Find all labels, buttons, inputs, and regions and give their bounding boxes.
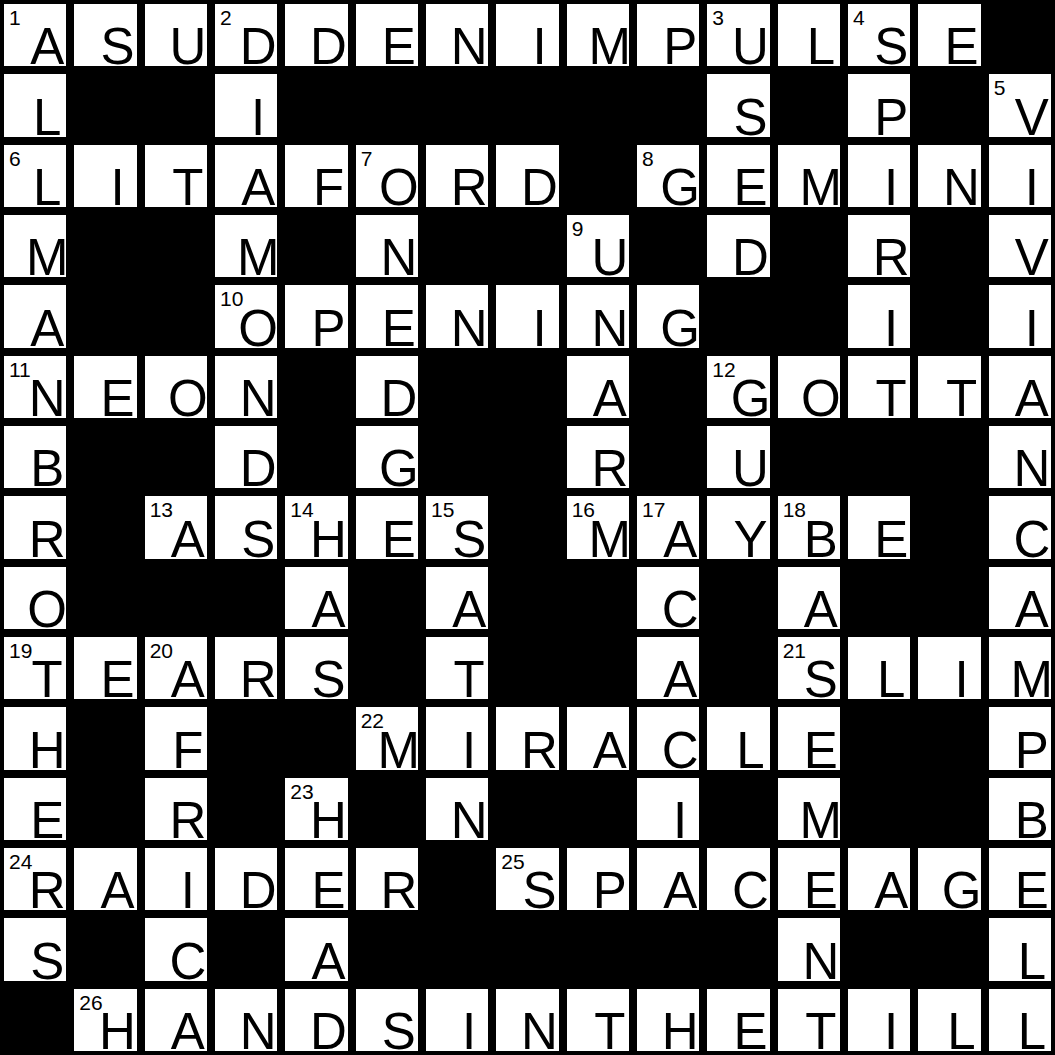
cell-letter: A [860,865,922,916]
cell-r10c3[interactable]: 20A [141,633,211,703]
cell-r15c15[interactable]: L [985,985,1055,1055]
cell-r9c7[interactable]: A [422,563,492,633]
cell-r14c12[interactable]: N [774,914,844,984]
block-cell-r6c10 [633,352,703,422]
cell-letter: O [157,373,219,424]
cell-r13c5[interactable]: E [281,844,351,914]
cell-letter: I [86,162,148,213]
block-cell-r7c7 [422,422,492,492]
cell-r1c3[interactable]: U [141,0,211,70]
block-cell-r3c9 [563,141,633,211]
cell-r8c7[interactable]: 15S [422,492,492,562]
cell-r13c1[interactable]: 24R [0,844,70,914]
block-cell-r15c1 [0,985,70,1055]
cell-r15c10[interactable]: H [633,985,703,1055]
cell-letter: A [16,21,78,72]
cell-r8c15[interactable]: C [985,492,1055,562]
cell-letter: R [508,725,570,776]
cell-letter: U [719,443,781,494]
cell-letter: C [649,584,711,635]
cell-r1c2[interactable]: S [70,0,140,70]
block-cell-r14c14 [914,914,984,984]
block-cell-r8c2 [70,492,140,562]
block-cell-r5c3 [141,281,211,351]
cell-r1c8[interactable]: I [492,0,562,70]
cell-letter: E [1001,865,1055,916]
cell-letter: E [368,303,430,354]
cell-letter: N [508,1006,570,1055]
cell-r7c11[interactable]: U [703,422,773,492]
cell-r5c13[interactable]: I [844,281,914,351]
block-cell-r9c3 [141,563,211,633]
cell-letter: E [930,21,992,72]
cell-r10c5[interactable]: S [281,633,351,703]
cell-r1c5[interactable]: D [281,0,351,70]
cell-r10c15[interactable]: M [985,633,1055,703]
block-cell-r12c11 [703,774,773,844]
cell-r12c15[interactable]: B [985,774,1055,844]
cell-r13c14[interactable]: G [914,844,984,914]
cell-r15c12[interactable]: T [774,985,844,1055]
cell-r10c2[interactable]: E [70,633,140,703]
cell-letter: L [1001,936,1055,987]
cell-letter: D [719,232,781,283]
cell-letter: N [438,795,500,846]
cell-letter: I [227,92,289,143]
cell-r10c12[interactable]: 21S [774,633,844,703]
cell-letter: G [368,443,430,494]
cell-r13c9[interactable]: P [563,844,633,914]
block-cell-r11c2 [70,703,140,773]
cell-letter: R [227,654,289,705]
cell-letter: A [157,1006,219,1055]
cell-r1c11[interactable]: 3U [703,0,773,70]
cell-r10c4[interactable]: R [211,633,281,703]
cell-r5c10[interactable]: G [633,281,703,351]
cell-letter: M [1001,654,1055,705]
cell-r2c13[interactable]: P [844,70,914,140]
cell-r5c1[interactable]: A [0,281,70,351]
cell-r1c4[interactable]: 2D [211,0,281,70]
cell-r6c13[interactable]: T [844,352,914,422]
cell-r13c4[interactable]: D [211,844,281,914]
cell-r1c12[interactable]: L [774,0,844,70]
cell-r11c7[interactable]: I [422,703,492,773]
cell-letter: R [860,232,922,283]
cell-r5c8[interactable]: I [492,281,562,351]
block-cell-r2c9 [563,70,633,140]
cell-letter: D [297,21,359,72]
cell-letter: N [790,936,852,987]
cell-letter: D [227,865,289,916]
cell-r13c8[interactable]: 25S [492,844,562,914]
cell-letter: N [579,303,641,354]
cell-r2c1[interactable]: L [0,70,70,140]
block-cell-r2c5 [281,70,351,140]
cell-r14c1[interactable]: S [0,914,70,984]
cell-r7c1[interactable]: B [0,422,70,492]
block-cell-r7c14 [914,422,984,492]
cell-r15c4[interactable]: N [211,985,281,1055]
cell-letter: A [16,303,78,354]
block-cell-r14c11 [703,914,773,984]
cell-r13c12[interactable]: E [774,844,844,914]
cell-letter: L [930,1006,992,1055]
cell-letter: N [930,162,992,213]
cell-letter: N [438,21,500,72]
cell-letter: R [16,514,78,565]
cell-r11c12[interactable]: E [774,703,844,773]
cell-r6c2[interactable]: E [70,352,140,422]
cell-r8c11[interactable]: Y [703,492,773,562]
cell-letter: A [1001,373,1055,424]
block-cell-r14c9 [563,914,633,984]
cell-r9c10[interactable]: C [633,563,703,633]
block-cell-r4c7 [422,211,492,281]
block-cell-r14c13 [844,914,914,984]
cell-r15c2[interactable]: 26H [70,985,140,1055]
cell-letter: M [790,162,852,213]
cell-letter: A [157,514,219,565]
cell-letter: A [790,584,852,635]
cell-letter: T [157,162,219,213]
cell-letter: S [719,92,781,143]
cell-r3c2[interactable]: I [70,141,140,211]
cell-letter: S [438,514,500,565]
cell-letter: D [508,162,570,213]
cell-letter: N [368,232,430,283]
cell-r12c10[interactable]: I [633,774,703,844]
cell-r4c13[interactable]: R [844,211,914,281]
cell-letter: O [368,162,430,213]
cell-r4c15[interactable]: V [985,211,1055,281]
cell-letter: P [297,303,359,354]
cell-r1c13[interactable]: 4S [844,0,914,70]
cell-r5c7[interactable]: N [422,281,492,351]
cell-r9c5[interactable]: A [281,563,351,633]
cell-r1c9[interactable]: M [563,0,633,70]
cell-letter: G [719,373,781,424]
cell-r8c5[interactable]: 14H [281,492,351,562]
cell-r13c15[interactable]: E [985,844,1055,914]
cell-r6c4[interactable]: N [211,352,281,422]
cell-r11c11[interactable]: L [703,703,773,773]
block-cell-r4c10 [633,211,703,281]
cell-letter: F [297,162,359,213]
cell-r6c11[interactable]: 12G [703,352,773,422]
block-cell-r7c8 [492,422,562,492]
cell-letter: S [297,654,359,705]
cell-r14c15[interactable]: L [985,914,1055,984]
cell-r8c12[interactable]: 18B [774,492,844,562]
cell-letter: T [579,1006,641,1055]
cell-r4c9[interactable]: 9U [563,211,633,281]
cell-r10c10[interactable]: A [633,633,703,703]
cell-letter: A [297,584,359,635]
cell-r3c8[interactable]: D [492,141,562,211]
cell-letter: S [508,865,570,916]
cell-letter: M [16,232,78,283]
cell-r9c15[interactable]: A [985,563,1055,633]
cell-letter: H [86,1006,148,1055]
block-cell-r6c7 [422,352,492,422]
cell-letter: D [297,1006,359,1055]
cell-letter: E [16,795,78,846]
block-cell-r2c3 [141,70,211,140]
cell-letter: I [438,1006,500,1055]
cell-r8c9[interactable]: 16M [563,492,633,562]
cell-letter: I [508,21,570,72]
cell-r12c3[interactable]: R [141,774,211,844]
block-cell-r2c10 [633,70,703,140]
block-cell-r10c6 [352,633,422,703]
cell-r6c6[interactable]: D [352,352,422,422]
cell-r3c6[interactable]: 7O [352,141,422,211]
cell-r3c3[interactable]: T [141,141,211,211]
cell-r8c10[interactable]: 17A [633,492,703,562]
cell-letter: L [16,162,78,213]
block-cell-r12c6 [352,774,422,844]
block-cell-r4c14 [914,211,984,281]
block-cell-r10c8 [492,633,562,703]
cell-r3c10[interactable]: 8G [633,141,703,211]
cell-r11c15[interactable]: P [985,703,1055,773]
cell-letter: H [297,514,359,565]
block-cell-r7c13 [844,422,914,492]
cell-r15c9[interactable]: T [563,985,633,1055]
block-cell-r6c5 [281,352,351,422]
cell-r8c1[interactable]: R [0,492,70,562]
cell-r13c6[interactable]: R [352,844,422,914]
cell-letter: G [649,303,711,354]
cell-letter: I [860,303,922,354]
block-cell-r1c15 [985,0,1055,70]
cell-r15c8[interactable]: N [492,985,562,1055]
cell-r3c1[interactable]: 6L [0,141,70,211]
block-cell-r8c8 [492,492,562,562]
cell-r2c15[interactable]: 5V [985,70,1055,140]
cell-r8c3[interactable]: 13A [141,492,211,562]
cell-r14c3[interactable]: C [141,914,211,984]
block-cell-r9c4 [211,563,281,633]
cell-letter: R [438,162,500,213]
cell-r13c3[interactable]: I [141,844,211,914]
cell-letter: U [719,21,781,72]
cell-r12c7[interactable]: N [422,774,492,844]
cell-r8c13[interactable]: E [844,492,914,562]
cell-r10c1[interactable]: 19T [0,633,70,703]
cell-r3c7[interactable]: R [422,141,492,211]
cell-letter: M [790,795,852,846]
block-cell-r12c4 [211,774,281,844]
block-cell-r9c2 [70,563,140,633]
cell-letter: S [86,21,148,72]
cell-r2c11[interactable]: S [703,70,773,140]
cell-r5c15[interactable]: I [985,281,1055,351]
cell-r6c12[interactable]: O [774,352,844,422]
cell-letter: A [297,936,359,987]
cell-r15c3[interactable]: A [141,985,211,1055]
cell-r13c13[interactable]: A [844,844,914,914]
cell-r1c6[interactable]: E [352,0,422,70]
cell-r5c6[interactable]: E [352,281,422,351]
block-cell-r11c4 [211,703,281,773]
cell-letter: A [438,584,500,635]
cell-letter: A [579,725,641,776]
cell-r1c10[interactable]: P [633,0,703,70]
cell-letter: N [1001,443,1055,494]
cell-r11c8[interactable]: R [492,703,562,773]
cell-r11c10[interactable]: C [633,703,703,773]
cell-letter: C [1001,514,1055,565]
cell-r4c6[interactable]: N [352,211,422,281]
block-cell-r2c14 [914,70,984,140]
cell-letter: L [16,92,78,143]
block-cell-r2c7 [422,70,492,140]
cell-r6c15[interactable]: A [985,352,1055,422]
block-cell-r10c9 [563,633,633,703]
cell-r13c2[interactable]: A [70,844,140,914]
cell-letter: B [790,514,852,565]
cell-r11c3[interactable]: F [141,703,211,773]
cell-r15c6[interactable]: S [352,985,422,1055]
cell-r10c14[interactable]: I [914,633,984,703]
cell-r15c5[interactable]: D [281,985,351,1055]
cell-r3c5[interactable]: F [281,141,351,211]
cell-r7c9[interactable]: R [563,422,633,492]
cell-r6c3[interactable]: O [141,352,211,422]
block-cell-r5c14 [914,281,984,351]
cell-r5c9[interactable]: N [563,281,633,351]
cell-r11c6[interactable]: 22M [352,703,422,773]
cell-r5c4[interactable]: 10O [211,281,281,351]
cell-letter: I [1001,303,1055,354]
cell-r14c5[interactable]: A [281,914,351,984]
cell-r3c12[interactable]: M [774,141,844,211]
block-cell-r11c13 [844,703,914,773]
cell-r12c12[interactable]: M [774,774,844,844]
cell-r1c7[interactable]: N [422,0,492,70]
cell-letter: C [719,865,781,916]
cell-r5c5[interactable]: P [281,281,351,351]
cell-letter: B [16,443,78,494]
cell-letter: H [649,1006,711,1055]
cell-r3c13[interactable]: I [844,141,914,211]
cell-letter: B [1001,795,1055,846]
cell-r15c11[interactable]: E [703,985,773,1055]
cell-r7c15[interactable]: N [985,422,1055,492]
cell-r4c4[interactable]: M [211,211,281,281]
cell-r11c9[interactable]: A [563,703,633,773]
block-cell-r14c7 [422,914,492,984]
cell-r11c1[interactable]: H [0,703,70,773]
cell-r8c4[interactable]: S [211,492,281,562]
cell-letter: E [297,865,359,916]
cell-r12c5[interactable]: 23H [281,774,351,844]
cell-letter: G [930,865,992,916]
block-cell-r9c8 [492,563,562,633]
block-cell-r6c8 [492,352,562,422]
cell-letter: A [579,373,641,424]
block-cell-r9c14 [914,563,984,633]
cell-letter: N [227,373,289,424]
cell-letter: D [227,443,289,494]
cell-r10c7[interactable]: T [422,633,492,703]
block-cell-r4c3 [141,211,211,281]
cell-letter: T [860,373,922,424]
cell-letter: E [719,1006,781,1055]
cell-letter: P [1001,725,1055,776]
block-cell-r12c2 [70,774,140,844]
block-cell-r5c11 [703,281,773,351]
block-cell-r4c5 [281,211,351,281]
cell-letter: M [227,232,289,283]
cell-r13c11[interactable]: C [703,844,773,914]
cell-r13c10[interactable]: A [633,844,703,914]
cell-r1c14[interactable]: E [914,0,984,70]
cell-r6c14[interactable]: T [914,352,984,422]
cell-letter: E [790,865,852,916]
cell-letter: D [368,373,430,424]
cell-r15c13[interactable]: I [844,985,914,1055]
cell-letter: A [227,162,289,213]
cell-r4c1[interactable]: M [0,211,70,281]
cell-letter: P [649,21,711,72]
cell-letter: S [227,514,289,565]
cell-r9c12[interactable]: A [774,563,844,633]
block-cell-r7c10 [633,422,703,492]
cell-r10c13[interactable]: L [844,633,914,703]
cell-r6c1[interactable]: 11N [0,352,70,422]
cell-r7c6[interactable]: G [352,422,422,492]
cell-r2c4[interactable]: I [211,70,281,140]
block-cell-r10c11 [703,633,773,703]
cell-letter: I [157,865,219,916]
cell-letter: R [16,865,78,916]
cell-r8c6[interactable]: E [352,492,422,562]
cell-letter: L [790,21,852,72]
cell-letter: F [157,725,219,776]
block-cell-r8c14 [914,492,984,562]
cell-r6c9[interactable]: A [563,352,633,422]
cell-r12c1[interactable]: E [0,774,70,844]
cell-r3c4[interactable]: A [211,141,281,211]
block-cell-r14c8 [492,914,562,984]
cell-letter: S [368,1006,430,1055]
block-cell-r9c13 [844,563,914,633]
cell-letter: H [16,725,78,776]
cell-r4c11[interactable]: D [703,211,773,281]
cell-r3c14[interactable]: N [914,141,984,211]
cell-letter: O [16,584,78,635]
block-cell-r4c8 [492,211,562,281]
cell-r9c1[interactable]: O [0,563,70,633]
cell-letter: H [297,795,359,846]
cell-letter: R [368,865,430,916]
cell-r15c7[interactable]: I [422,985,492,1055]
cell-letter: V [1001,92,1055,143]
cell-r3c11[interactable]: E [703,141,773,211]
cell-letter: E [368,21,430,72]
cell-r1c1[interactable]: 1A [0,0,70,70]
cell-r7c4[interactable]: D [211,422,281,492]
cell-r3c15[interactable]: I [985,141,1055,211]
cell-r15c14[interactable]: L [914,985,984,1055]
cell-letter: Y [719,514,781,565]
cell-letter: M [579,514,641,565]
cell-letter: E [368,514,430,565]
crossword-grid: 1ASU2DDENIMP3UL4SELISP5V6LITAF7ORD8GEMIN… [0,0,1055,1055]
